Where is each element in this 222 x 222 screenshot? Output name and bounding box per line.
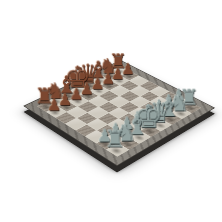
scene: ♜♟♟♜♞♟♟♞♝♟♟♝♛♟♟♛♚♟♟♚♝♟♟♝♞♟♟♞♜♟♟♜ [0, 0, 222, 222]
silver-rook[interactable]: ♜ [101, 128, 129, 152]
copper-pawn[interactable]: ♟ [41, 97, 67, 113]
chess-board: ♜♟♟♜♞♟♟♞♝♟♟♝♛♟♟♛♚♟♟♚♝♟♟♝♞♟♟♞♜♟♟♜ [37, 66, 201, 156]
board-grid[interactable]: ♜♟♟♜♞♟♟♞♝♟♟♝♛♟♟♛♚♟♟♚♝♟♟♝♞♟♟♞♜♟♟♜ [37, 66, 201, 156]
